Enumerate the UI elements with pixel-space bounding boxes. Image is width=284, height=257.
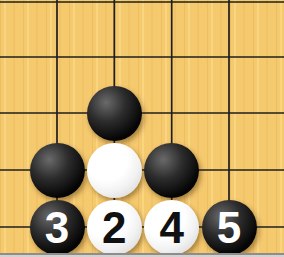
black-stone-move-5[interactable]: 5: [202, 200, 257, 255]
stones-layer: 3245: [0, 0, 284, 253]
black-stone-move-3[interactable]: 3: [30, 200, 85, 255]
white-stone[interactable]: [87, 143, 142, 198]
stone-number-label: 5: [217, 206, 241, 250]
black-stone[interactable]: [30, 143, 85, 198]
go-app-screen: 3245: [0, 0, 284, 257]
white-stone-move-4[interactable]: 4: [144, 200, 199, 255]
board-bottom-edge: [0, 253, 284, 257]
black-stone[interactable]: [87, 86, 142, 141]
stone-number-label: 4: [159, 206, 183, 250]
stone-number-label: 2: [102, 206, 126, 250]
black-stone[interactable]: [144, 143, 199, 198]
go-board[interactable]: 3245: [0, 0, 284, 253]
white-stone-move-2[interactable]: 2: [87, 200, 142, 255]
stone-number-label: 3: [45, 206, 69, 250]
